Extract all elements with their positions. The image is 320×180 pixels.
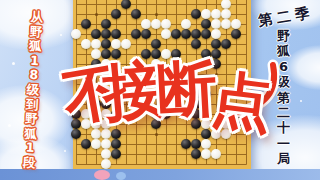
star-point	[95, 13, 98, 16]
white-stone	[91, 39, 101, 49]
banner-char: 狐	[24, 126, 37, 140]
black-stone	[91, 29, 101, 39]
banner-char: 级	[26, 83, 39, 97]
white-stone	[101, 139, 111, 149]
white-stone	[211, 9, 221, 19]
white-stone	[211, 29, 221, 39]
banner-char: 野	[25, 112, 38, 126]
black-stone	[191, 39, 201, 49]
black-stone	[131, 29, 141, 39]
snow-speck	[300, 100, 302, 102]
white-stone	[111, 39, 121, 49]
black-stone	[111, 9, 121, 19]
black-stone	[101, 29, 111, 39]
black-stone	[181, 139, 191, 149]
banner-char: 狐	[29, 39, 42, 53]
banner-char: 从	[30, 10, 43, 24]
banner-char: 1	[28, 53, 41, 67]
white-stone	[201, 139, 211, 149]
black-stone	[231, 29, 241, 39]
black-stone	[181, 29, 191, 39]
white-stone	[201, 149, 211, 159]
white-stone	[71, 29, 81, 39]
black-stone	[141, 29, 151, 39]
black-stone	[111, 29, 121, 39]
white-stone	[221, 9, 231, 19]
black-stone	[191, 9, 201, 19]
white-stone	[221, 19, 231, 29]
snow-speck	[64, 150, 66, 152]
banner-char: 段	[23, 155, 36, 169]
white-stone	[121, 39, 131, 49]
black-stone	[171, 29, 181, 39]
black-stone	[111, 149, 121, 159]
blue-blob	[116, 172, 126, 180]
white-stone	[211, 149, 221, 159]
banner-char: 局	[277, 152, 290, 166]
white-stone	[211, 19, 221, 29]
white-stone	[81, 39, 91, 49]
snow-speck	[60, 34, 62, 36]
black-stone	[221, 39, 231, 49]
black-stone	[211, 39, 221, 49]
white-stone	[151, 19, 161, 29]
black-stone	[191, 149, 201, 159]
banner-char: 野	[30, 24, 43, 38]
star-point	[155, 13, 158, 16]
banner-char: 到	[26, 97, 39, 111]
white-stone	[91, 139, 101, 149]
black-stone	[201, 29, 211, 39]
black-stone	[201, 19, 211, 29]
cloud	[285, 45, 320, 90]
thumbnail-stage: 从野狐18级到野狐1段 第二季 野狐6级第二十一局 不 接 断 点	[0, 0, 320, 180]
black-stone	[191, 139, 201, 149]
black-stone	[81, 139, 91, 149]
bottom-band	[0, 169, 320, 180]
white-stone	[101, 149, 111, 159]
white-stone	[201, 9, 211, 19]
snow-speck	[8, 124, 11, 127]
white-stone	[181, 19, 191, 29]
star-point	[155, 133, 158, 136]
main-title-char: 点	[207, 59, 276, 147]
banner-char: 一	[277, 137, 290, 151]
snow-speck	[12, 62, 15, 65]
black-stone	[81, 19, 91, 29]
pink-blob	[94, 170, 110, 180]
banner-char: 野	[277, 29, 290, 43]
white-stone	[101, 159, 111, 169]
white-stone	[161, 19, 171, 29]
white-stone	[141, 19, 151, 29]
black-stone	[101, 19, 111, 29]
black-stone	[101, 39, 111, 49]
white-stone	[161, 29, 171, 39]
banner-char: 1	[23, 141, 36, 155]
black-stone	[111, 139, 121, 149]
black-stone	[131, 9, 141, 19]
banner-char: 8	[27, 68, 40, 82]
white-stone	[231, 19, 241, 29]
black-stone	[191, 29, 201, 39]
